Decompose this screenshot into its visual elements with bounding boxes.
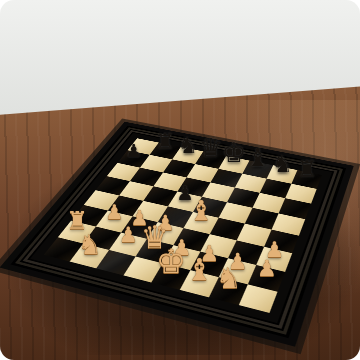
chess-set-photo: ♜♞♛♚♝♞♜♟♟♝♜♟♞♟♟♟♛♟♚♟♝♟♞♟♟ — [0, 0, 360, 360]
